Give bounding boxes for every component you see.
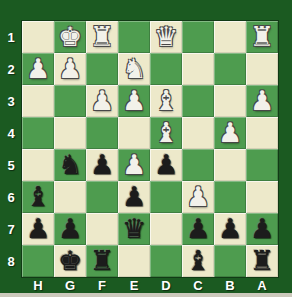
square-e6[interactable]: ♟ <box>118 181 150 213</box>
piece-white-pawn[interactable]: ♟ <box>122 149 146 181</box>
piece-black-pawn[interactable]: ♟ <box>90 149 114 181</box>
square-d6[interactable] <box>150 181 182 213</box>
square-a1[interactable]: ♜ <box>246 21 278 53</box>
square-g6[interactable] <box>54 181 86 213</box>
square-a2[interactable] <box>246 53 278 85</box>
piece-white-pawn[interactable]: ♟ <box>218 117 242 149</box>
square-f7[interactable] <box>86 213 118 245</box>
square-f2[interactable] <box>86 53 118 85</box>
square-b7[interactable]: ♟ <box>214 213 246 245</box>
square-h5[interactable] <box>22 149 54 181</box>
page-edge <box>0 293 292 297</box>
rank-label-3: 3 <box>0 85 22 117</box>
piece-white-king[interactable]: ♚ <box>58 21 82 53</box>
square-c8[interactable]: ♝ <box>182 245 214 277</box>
square-b6[interactable] <box>214 181 246 213</box>
piece-white-knight[interactable]: ♞ <box>122 53 146 85</box>
piece-black-queen[interactable]: ♛ <box>122 213 146 245</box>
square-g3[interactable] <box>54 85 86 117</box>
square-h7[interactable]: ♟ <box>22 213 54 245</box>
square-g1[interactable]: ♚ <box>54 21 86 53</box>
square-d4[interactable]: ♝ <box>150 117 182 149</box>
piece-black-pawn[interactable]: ♟ <box>186 213 210 245</box>
chess-board: ♚♜♛♜♟♟♞♟♟♝♟♝♟♞♟♟♟♝♟♟♟♟♛♟♟♟♚♜♝♜ <box>22 21 278 277</box>
piece-black-pawn[interactable]: ♟ <box>154 149 178 181</box>
square-e7[interactable]: ♛ <box>118 213 150 245</box>
file-label-h: H <box>22 277 54 293</box>
square-b4[interactable]: ♟ <box>214 117 246 149</box>
rank-label-5: 5 <box>0 149 22 181</box>
file-label-e: E <box>118 277 150 293</box>
piece-white-queen[interactable]: ♛ <box>154 21 178 53</box>
file-labels: HGFEDCBA <box>22 277 278 293</box>
square-c2[interactable] <box>182 53 214 85</box>
square-h1[interactable] <box>22 21 54 53</box>
square-g8[interactable]: ♚ <box>54 245 86 277</box>
rank-labels: 12345678 <box>0 21 22 277</box>
square-d2[interactable] <box>150 53 182 85</box>
rank-label-2: 2 <box>0 53 22 85</box>
piece-white-pawn[interactable]: ♟ <box>90 85 114 117</box>
square-h4[interactable] <box>22 117 54 149</box>
rank-label-4: 4 <box>0 117 22 149</box>
rank-label-6: 6 <box>0 181 22 213</box>
piece-black-bishop[interactable]: ♝ <box>26 181 50 213</box>
square-b2[interactable] <box>214 53 246 85</box>
square-f4[interactable] <box>86 117 118 149</box>
square-f3[interactable]: ♟ <box>86 85 118 117</box>
square-h2[interactable]: ♟ <box>22 53 54 85</box>
piece-black-king[interactable]: ♚ <box>58 245 82 277</box>
square-e3[interactable]: ♟ <box>118 85 150 117</box>
piece-white-rook[interactable]: ♜ <box>250 21 274 53</box>
square-c6[interactable]: ♟ <box>182 181 214 213</box>
piece-white-rook[interactable]: ♜ <box>90 21 114 53</box>
square-c3[interactable] <box>182 85 214 117</box>
piece-black-pawn[interactable]: ♟ <box>26 213 50 245</box>
square-a4[interactable] <box>246 117 278 149</box>
square-g2[interactable]: ♟ <box>54 53 86 85</box>
file-label-c: C <box>182 277 214 293</box>
piece-white-bishop[interactable]: ♝ <box>154 85 178 117</box>
piece-white-pawn[interactable]: ♟ <box>26 53 50 85</box>
piece-black-rook[interactable]: ♜ <box>90 245 114 277</box>
square-g4[interactable] <box>54 117 86 149</box>
square-e8[interactable] <box>118 245 150 277</box>
chess-diagram: 12345678 ♚♜♛♜♟♟♞♟♟♝♟♝♟♞♟♟♟♝♟♟♟♟♛♟♟♟♚♜♝♜ … <box>0 0 292 297</box>
square-c1[interactable] <box>182 21 214 53</box>
file-label-f: F <box>86 277 118 293</box>
piece-white-pawn[interactable]: ♟ <box>250 85 274 117</box>
square-b1[interactable] <box>214 21 246 53</box>
square-e1[interactable] <box>118 21 150 53</box>
square-b8[interactable] <box>214 245 246 277</box>
piece-black-pawn[interactable]: ♟ <box>58 213 82 245</box>
square-h3[interactable] <box>22 85 54 117</box>
square-d1[interactable]: ♛ <box>150 21 182 53</box>
square-f6[interactable] <box>86 181 118 213</box>
square-d5[interactable]: ♟ <box>150 149 182 181</box>
square-c5[interactable] <box>182 149 214 181</box>
piece-black-rook[interactable]: ♜ <box>250 245 274 277</box>
piece-white-bishop[interactable]: ♝ <box>154 117 178 149</box>
square-g7[interactable]: ♟ <box>54 213 86 245</box>
square-d7[interactable] <box>150 213 182 245</box>
square-e5[interactable]: ♟ <box>118 149 150 181</box>
file-label-b: B <box>214 277 246 293</box>
square-a8[interactable]: ♜ <box>246 245 278 277</box>
square-c4[interactable] <box>182 117 214 149</box>
square-f5[interactable]: ♟ <box>86 149 118 181</box>
square-e2[interactable]: ♞ <box>118 53 150 85</box>
square-a7[interactable]: ♟ <box>246 213 278 245</box>
square-g5[interactable]: ♞ <box>54 149 86 181</box>
piece-white-pawn[interactable]: ♟ <box>58 53 82 85</box>
square-a3[interactable]: ♟ <box>246 85 278 117</box>
rank-label-7: 7 <box>0 213 22 245</box>
file-label-g: G <box>54 277 86 293</box>
square-f1[interactable]: ♜ <box>86 21 118 53</box>
file-label-d: D <box>150 277 182 293</box>
piece-white-pawn[interactable]: ♟ <box>122 85 146 117</box>
square-d3[interactable]: ♝ <box>150 85 182 117</box>
square-c7[interactable]: ♟ <box>182 213 214 245</box>
square-f8[interactable]: ♜ <box>86 245 118 277</box>
piece-black-knight[interactable]: ♞ <box>58 149 82 181</box>
piece-black-pawn[interactable]: ♟ <box>122 181 146 213</box>
piece-black-pawn[interactable]: ♟ <box>218 213 242 245</box>
rank-label-1: 1 <box>0 21 22 53</box>
square-b5[interactable] <box>214 149 246 181</box>
piece-white-pawn[interactable]: ♟ <box>186 181 210 213</box>
rank-label-8: 8 <box>0 245 22 277</box>
piece-black-bishop[interactable]: ♝ <box>186 245 210 277</box>
square-d8[interactable] <box>150 245 182 277</box>
piece-black-pawn[interactable]: ♟ <box>250 213 274 245</box>
square-a5[interactable] <box>246 149 278 181</box>
square-a6[interactable] <box>246 181 278 213</box>
square-h6[interactable]: ♝ <box>22 181 54 213</box>
file-label-a: A <box>246 277 278 293</box>
square-b3[interactable] <box>214 85 246 117</box>
square-h8[interactable] <box>22 245 54 277</box>
square-e4[interactable] <box>118 117 150 149</box>
